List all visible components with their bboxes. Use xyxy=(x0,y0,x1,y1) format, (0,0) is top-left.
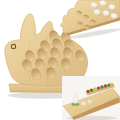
product-photo-canvas xyxy=(0,0,120,120)
sprinkle-dot xyxy=(90,100,91,101)
inset-decorated-display xyxy=(62,76,120,120)
mini-decorated-egg xyxy=(88,100,92,104)
sprinkle-dot xyxy=(83,104,84,105)
garland-item xyxy=(90,89,93,92)
garland-item xyxy=(86,90,89,93)
mini-decorated-egg xyxy=(81,101,86,105)
sprinkle-dot xyxy=(89,101,90,102)
garland-item xyxy=(104,84,107,87)
sprinkle-dot xyxy=(82,103,83,104)
garland-item xyxy=(107,83,110,86)
sprinkle-dot xyxy=(84,102,85,103)
sprinkle-dot xyxy=(90,102,91,103)
garland-item xyxy=(97,86,100,89)
garland-item xyxy=(93,88,96,91)
garland-item xyxy=(100,85,103,88)
photo-svg xyxy=(0,0,120,120)
garland-item xyxy=(110,83,113,86)
